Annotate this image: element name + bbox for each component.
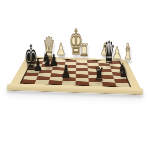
square-c1 — [48, 80, 62, 84]
square-f1 — [89, 82, 103, 86]
square-b1 — [35, 80, 50, 84]
square-g1 — [102, 82, 116, 86]
chess-board — [17, 12, 135, 130]
board-frame — [9, 56, 142, 90]
board-squares — [20, 58, 132, 87]
square-h1 — [115, 83, 130, 87]
square-d1 — [62, 81, 76, 85]
chess-set-photo: ♚♛♟♜♟♟♝♚♟♞♟♟♜♛♞ — [0, 0, 150, 150]
square-e1 — [76, 81, 90, 85]
